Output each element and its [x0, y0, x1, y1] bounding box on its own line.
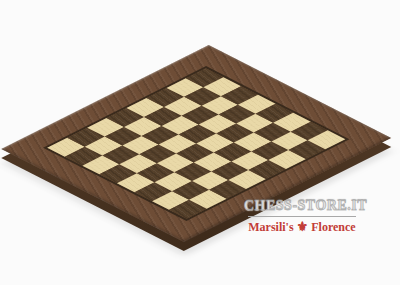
brand-name: Marsili's: [248, 220, 293, 234]
store-name: CHESS-STORE.IT: [244, 198, 360, 214]
watermark: CHESS-STORE.IT Marsili's ⚜ Florence: [244, 198, 360, 235]
fleur-de-lis-icon: ⚜: [297, 219, 309, 234]
watermark-divider: [248, 216, 356, 217]
brand-line: Marsili's ⚜ Florence: [244, 220, 360, 235]
city-name: Florence: [311, 220, 355, 234]
product-photo-stage: CHESS-STORE.IT Marsili's ⚜ Florence: [0, 0, 400, 285]
